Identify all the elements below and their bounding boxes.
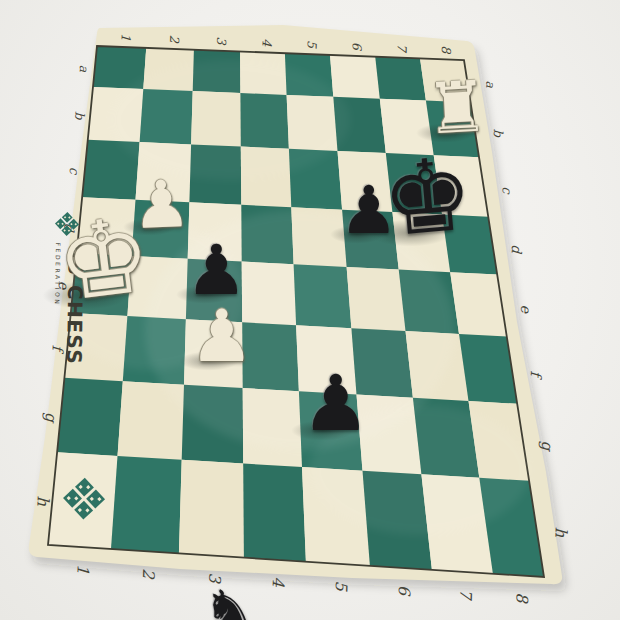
square-h1[interactable]	[48, 452, 118, 549]
black-pawn-g5[interactable]: ♟	[297, 365, 374, 442]
rank-label-bottom-7: 7	[456, 589, 475, 602]
table-scene: 1122334455667788aabbccddeeffgghh US CHES…	[0, 0, 620, 620]
rank-label-bottom-2: 2	[139, 568, 158, 580]
square-a7[interactable]	[375, 57, 426, 101]
white-pawn-f3[interactable]: ♟	[186, 300, 258, 372]
black-pawn-d6[interactable]: ♟	[336, 178, 402, 244]
square-a6[interactable]	[330, 55, 380, 99]
file-label-left-h: h	[33, 495, 52, 507]
file-label-right-d: d	[509, 244, 525, 255]
file-label-right-h: h	[551, 527, 570, 539]
file-label-left-a: a	[77, 65, 91, 73]
rank-label-top-1: 1	[118, 33, 133, 41]
file-label-right-c: c	[499, 186, 514, 196]
rank-label-bottom-6: 6	[395, 585, 414, 598]
square-g1[interactable]	[57, 378, 123, 456]
rank-label-bottom-1: 1	[73, 564, 92, 575]
rank-label-bottom-4: 4	[269, 576, 288, 588]
vinyl-sheen	[110, 60, 350, 180]
square-h2[interactable]	[111, 456, 182, 554]
square-h4[interactable]	[243, 464, 306, 562]
white-king-e1[interactable]: ♚	[46, 201, 162, 317]
square-h3[interactable]	[179, 460, 244, 558]
file-label-left-b: b	[72, 111, 87, 121]
file-label-right-e: e	[518, 304, 534, 314]
white-rook-b8[interactable]: ♜	[421, 71, 495, 145]
rank-label-bottom-5: 5	[332, 580, 351, 592]
rank-label-bottom-8: 8	[512, 592, 531, 605]
